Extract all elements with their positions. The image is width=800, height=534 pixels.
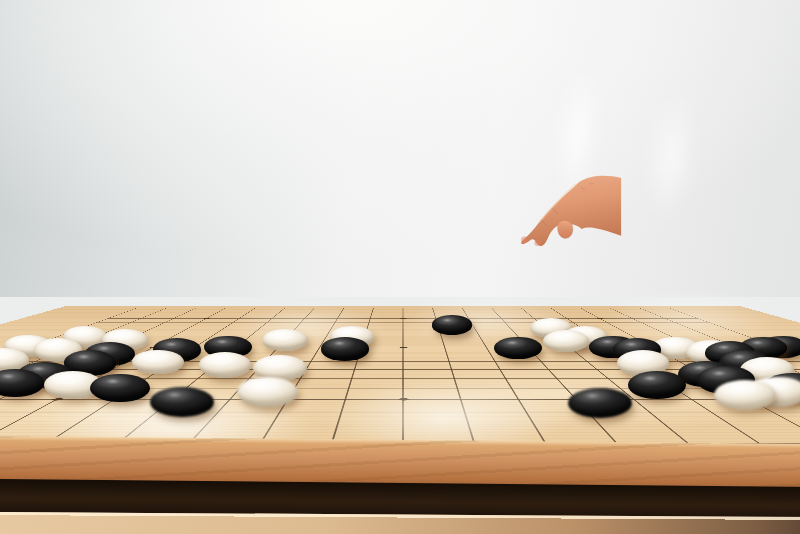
- go-stone-black: [432, 315, 473, 335]
- go-stone-black: [321, 337, 369, 360]
- fingertip-blush: [534, 239, 541, 246]
- go-stone-black: [628, 371, 687, 399]
- thumb-blush: [562, 230, 570, 238]
- go-stone-white: [262, 329, 307, 351]
- go-stone-black: [90, 374, 150, 403]
- go-stone-black: [150, 387, 214, 418]
- go-stone-white: [132, 350, 184, 375]
- fingertip-blush: [521, 236, 528, 243]
- go-stone-white: [237, 377, 298, 406]
- hand: [510, 130, 800, 340]
- go-stone-black: [494, 337, 542, 360]
- go-stone-black: [568, 388, 632, 419]
- go-photo-scene: [0, 0, 800, 534]
- go-stone-white: [543, 330, 589, 352]
- go-stone-white: [199, 352, 252, 377]
- go-stone-white: [714, 380, 776, 410]
- go-stone-black: [0, 369, 44, 397]
